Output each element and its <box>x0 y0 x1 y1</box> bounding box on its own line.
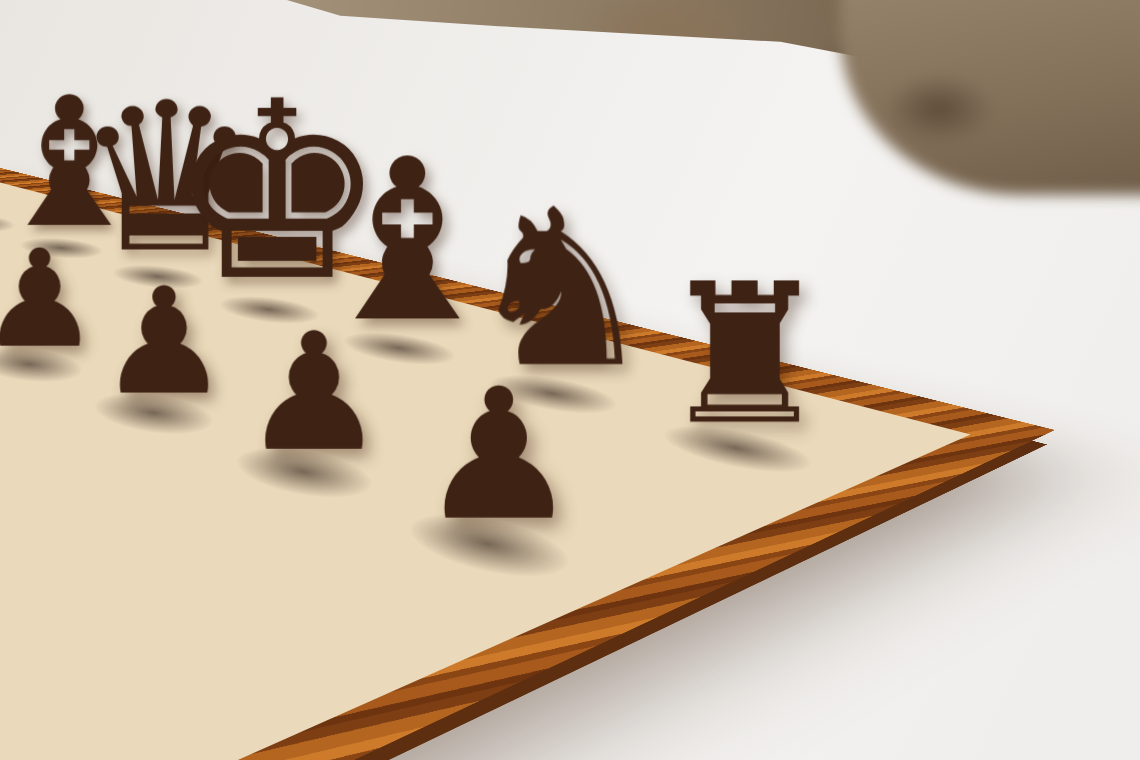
chess-set-photo: ♜♞♝♛♚♝♞♜♟♟♟♟♟♟♟♟♙♙♙♙♙♙♙♙♖♘♗♕♔♗♘♖ <box>0 0 1140 760</box>
black-pawn-h7: ♟ <box>332 370 666 542</box>
